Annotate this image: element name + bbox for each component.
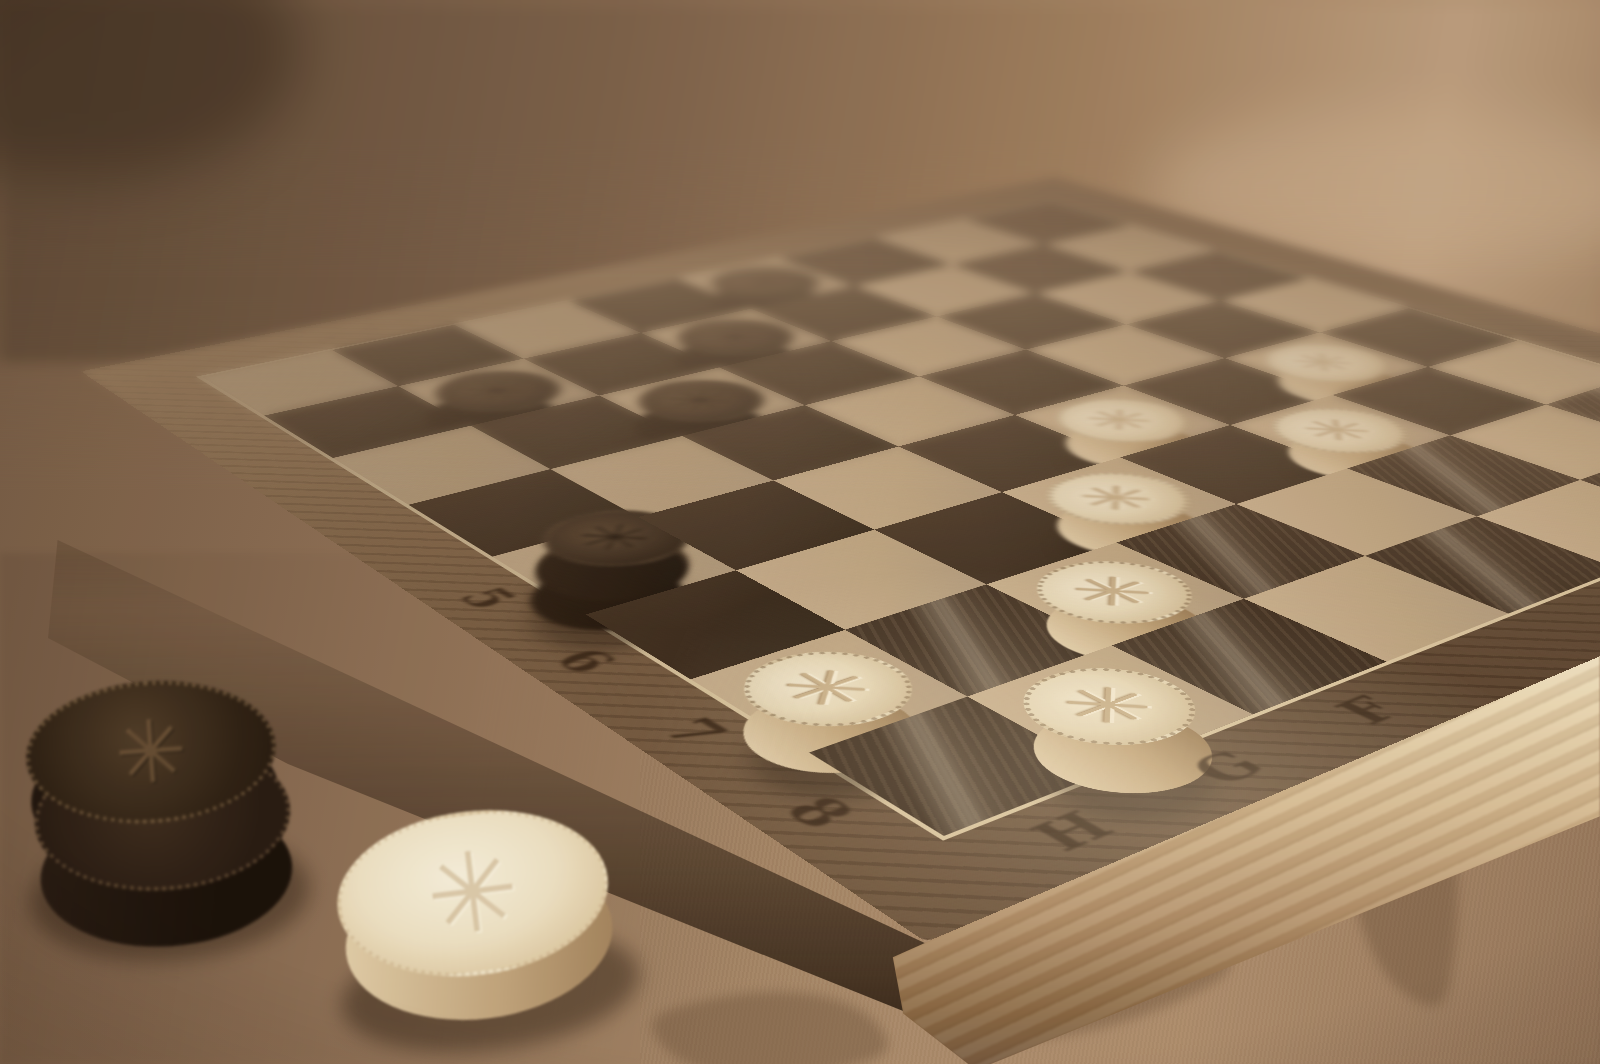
rosette-carving-icon: ✳ [420,833,525,953]
depth-of-field-blur-strong [0,0,1600,277]
off-board-dark-stack[interactable]: ✳ [21,671,318,950]
rosette-carving-icon: ✳ [1051,566,1178,617]
rosette-carving-icon: ✳ [112,707,190,798]
checkers-photo-scene: ✳✳✳✳✳✳✳✳✳✳✳✳✳ HGF8765 ✳ ✳ [0,0,1600,1064]
off-board-light-piece[interactable]: ✳ [328,793,643,1047]
rosette-carving-icon: ✳ [1039,675,1180,738]
rosette-carving-icon: ✳ [761,658,896,719]
